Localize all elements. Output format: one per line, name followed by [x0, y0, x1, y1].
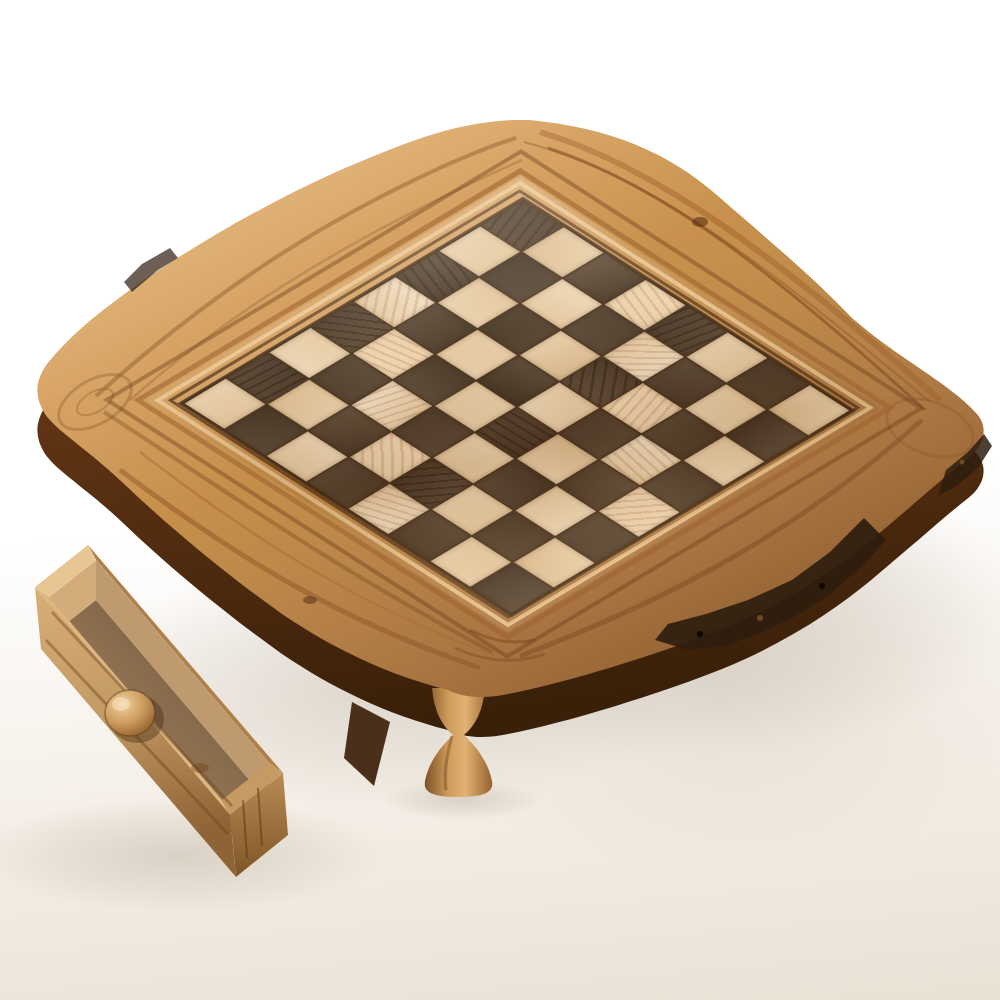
knob-highlight: [112, 697, 130, 711]
product-photo-scene: [0, 0, 1000, 1000]
drawer-knob: [105, 690, 155, 736]
drawer-knot: [191, 763, 209, 773]
